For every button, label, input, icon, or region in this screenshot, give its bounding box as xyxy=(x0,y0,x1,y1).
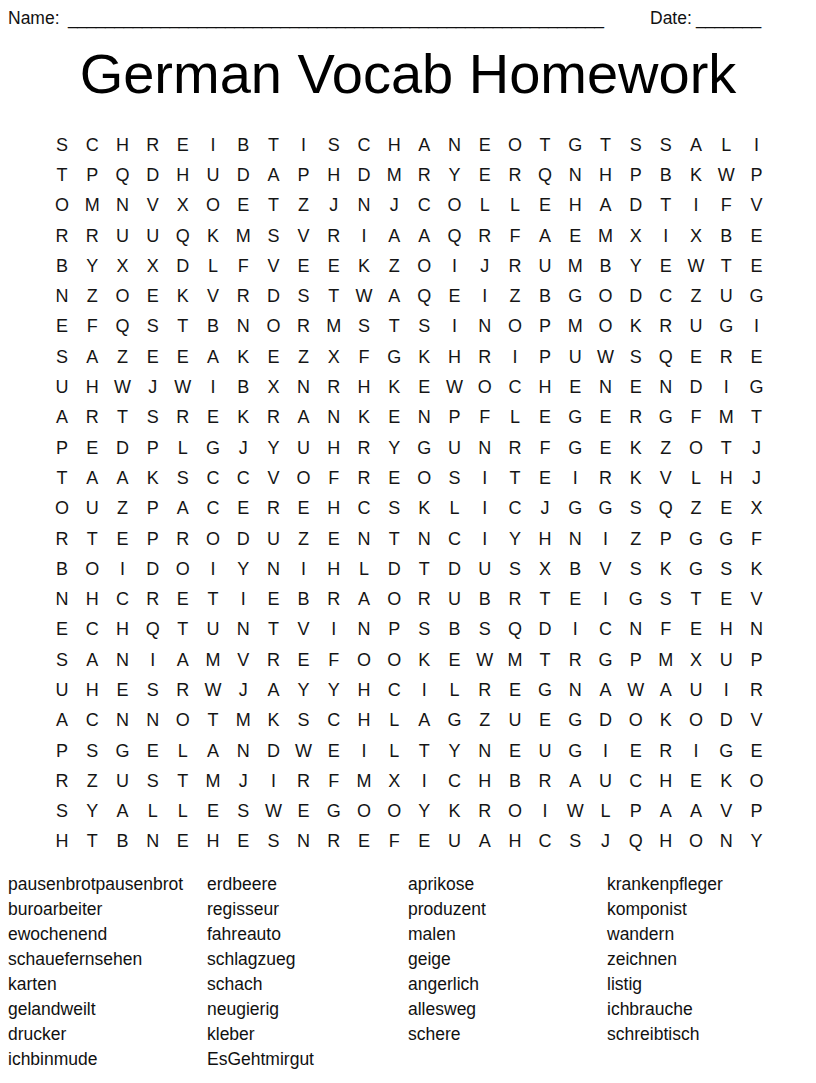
word-list-item: schlagzueg xyxy=(207,947,314,972)
grid-cell: C xyxy=(590,615,620,645)
grid-cell: S xyxy=(168,463,198,493)
grid-cell: F xyxy=(681,403,711,433)
word-list-item: schere xyxy=(408,1022,486,1047)
grid-cell: E xyxy=(107,675,137,705)
word-list-item: krankenpfleger xyxy=(607,872,723,897)
grid-cell: O xyxy=(379,645,409,675)
grid-cell: O xyxy=(681,433,711,463)
grid-cell: B xyxy=(47,251,77,281)
grid-cell: H xyxy=(319,554,349,584)
grid-cell: H xyxy=(651,766,681,796)
grid-cell: G xyxy=(560,494,590,524)
grid-cell: Y xyxy=(741,827,771,857)
grid-cell: U xyxy=(439,827,469,857)
grid-cell: T xyxy=(47,463,77,493)
grid-cell: E xyxy=(319,736,349,766)
grid-cell: O xyxy=(379,797,409,827)
grid-cell: Q xyxy=(107,312,137,342)
grid-cell: W xyxy=(198,675,228,705)
grid-cell: N xyxy=(621,615,651,645)
grid-cell: M xyxy=(560,312,590,342)
grid-cell: A xyxy=(107,797,137,827)
grid-cell: G xyxy=(741,281,771,311)
grid-cell: E xyxy=(560,584,590,614)
grid-cell: S xyxy=(470,615,500,645)
grid-cell: K xyxy=(138,463,168,493)
grid-cell: H xyxy=(319,160,349,190)
grid-cell: G xyxy=(560,736,590,766)
grid-cell: I xyxy=(560,463,590,493)
grid-cell: S xyxy=(258,221,288,251)
grid-cell: R xyxy=(258,494,288,524)
grid-cell: I xyxy=(590,736,620,766)
grid-cell: X xyxy=(741,494,771,524)
grid-cell: P xyxy=(621,797,651,827)
grid-cell: E xyxy=(138,736,168,766)
grid-cell: R xyxy=(651,312,681,342)
grid-cell: O xyxy=(470,372,500,402)
grid-cell: R xyxy=(651,736,681,766)
word-list-item: wandern xyxy=(607,922,723,947)
grid-cell: S xyxy=(47,342,77,372)
grid-cell: S xyxy=(621,554,651,584)
grid-cell: I xyxy=(198,372,228,402)
grid-cell: Q xyxy=(107,160,137,190)
grid-cell: L xyxy=(198,251,228,281)
grid-cell: S xyxy=(621,494,651,524)
grid-cell: M xyxy=(500,645,530,675)
grid-cell: H xyxy=(319,494,349,524)
grid-cell: E xyxy=(530,463,560,493)
grid-cell: U xyxy=(530,736,560,766)
grid-cell: S xyxy=(379,494,409,524)
grid-cell: K xyxy=(409,342,439,372)
grid-cell: C xyxy=(319,706,349,736)
grid-cell: E xyxy=(168,584,198,614)
grid-cell: M xyxy=(198,766,228,796)
grid-cell: E xyxy=(289,645,319,675)
grid-cell: W xyxy=(289,736,319,766)
grid-cell: O xyxy=(500,312,530,342)
grid-cell: M xyxy=(228,706,258,736)
grid-cell: E xyxy=(530,191,560,221)
grid-cell: Y xyxy=(77,797,107,827)
grid-cell: N xyxy=(409,403,439,433)
grid-cell: E xyxy=(530,403,560,433)
grid-cell: T xyxy=(651,191,681,221)
grid-cell: H xyxy=(530,372,560,402)
grid-cell: L xyxy=(379,736,409,766)
grid-cell: P xyxy=(530,342,560,372)
grid-cell: A xyxy=(409,706,439,736)
grid-cell: A xyxy=(258,675,288,705)
grid-cell: S xyxy=(47,645,77,675)
grid-cell: R xyxy=(470,797,500,827)
grid-cell: R xyxy=(409,160,439,190)
grid-cell: L xyxy=(500,191,530,221)
word-list-item: karten xyxy=(8,972,183,997)
grid-cell: C xyxy=(198,463,228,493)
grid-cell: M xyxy=(349,766,379,796)
date-label: Date: xyxy=(650,8,692,29)
grid-cell: T xyxy=(258,191,288,221)
grid-cell: A xyxy=(349,584,379,614)
grid-cell: H xyxy=(711,615,741,645)
grid-cell: W xyxy=(168,372,198,402)
grid-cell: E xyxy=(439,281,469,311)
grid-cell: O xyxy=(500,797,530,827)
grid-cell: V xyxy=(258,251,288,281)
grid-cell: J xyxy=(228,433,258,463)
grid-cell: Z xyxy=(289,191,319,221)
date-blank-line: _______ xyxy=(696,8,761,29)
grid-cell: E xyxy=(681,766,711,796)
grid-cell: R xyxy=(500,584,530,614)
grid-cell: S xyxy=(651,130,681,160)
grid-cell: V xyxy=(138,191,168,221)
grid-cell: D xyxy=(258,281,288,311)
grid-cell: E xyxy=(409,372,439,402)
grid-cell: G xyxy=(560,433,590,463)
grid-cell: F xyxy=(711,191,741,221)
grid-cell: A xyxy=(107,463,137,493)
grid-cell: S xyxy=(319,130,349,160)
grid-cell: B xyxy=(590,251,620,281)
word-list-column: aprikoseproduzentmalengeigeangerlichalle… xyxy=(408,872,486,1047)
grid-cell: X xyxy=(258,372,288,402)
grid-cell: U xyxy=(439,584,469,614)
grid-cell: F xyxy=(530,433,560,463)
grid-cell: D xyxy=(349,160,379,190)
grid-cell: C xyxy=(379,675,409,705)
grid-cell: I xyxy=(741,312,771,342)
grid-cell: I xyxy=(439,251,469,281)
word-list-item: geige xyxy=(408,947,486,972)
grid-cell: C xyxy=(500,372,530,402)
grid-cell: V xyxy=(289,221,319,251)
grid-cell: X xyxy=(168,191,198,221)
grid-cell: U xyxy=(198,160,228,190)
grid-cell: G xyxy=(379,342,409,372)
grid-cell: U xyxy=(138,221,168,251)
grid-cell: B xyxy=(198,312,228,342)
grid-cell: H xyxy=(711,463,741,493)
grid-cell: C xyxy=(77,706,107,736)
grid-cell: P xyxy=(530,312,560,342)
grid-cell: S xyxy=(77,736,107,766)
grid-cell: G xyxy=(560,281,590,311)
grid-cell: E xyxy=(439,645,469,675)
grid-cell: M xyxy=(560,251,590,281)
grid-cell: D xyxy=(439,554,469,584)
word-list-item: drucker xyxy=(8,1022,183,1047)
grid-cell: U xyxy=(711,281,741,311)
grid-cell: G xyxy=(681,524,711,554)
grid-cell: A xyxy=(47,706,77,736)
grid-cell: S xyxy=(621,130,651,160)
grid-cell: F xyxy=(319,463,349,493)
grid-cell: U xyxy=(107,766,137,796)
grid-cell: T xyxy=(409,736,439,766)
grid-cell: K xyxy=(168,281,198,311)
grid-cell: G xyxy=(590,645,620,675)
grid-cell: H xyxy=(530,524,560,554)
grid-cell: N xyxy=(107,706,137,736)
grid-cell: E xyxy=(590,403,620,433)
grid-cell: W xyxy=(621,675,651,705)
grid-cell: Y xyxy=(258,433,288,463)
grid-cell: P xyxy=(138,433,168,463)
grid-cell: L xyxy=(168,797,198,827)
grid-cell: N xyxy=(47,281,77,311)
grid-cell: K xyxy=(741,554,771,584)
grid-cell: E xyxy=(168,827,198,857)
grid-cell: E xyxy=(500,675,530,705)
grid-cell: R xyxy=(258,645,288,675)
grid-cell: U xyxy=(47,372,77,402)
grid-cell: A xyxy=(651,797,681,827)
grid-cell: A xyxy=(590,191,620,221)
grid-cell: G xyxy=(560,706,590,736)
word-list-item: erdbeere xyxy=(207,872,314,897)
grid-cell: I xyxy=(590,524,620,554)
grid-cell: E xyxy=(741,342,771,372)
grid-cell: O xyxy=(198,191,228,221)
grid-cell: C xyxy=(439,524,469,554)
grid-cell: G xyxy=(621,584,651,614)
grid-cell: W xyxy=(258,797,288,827)
grid-cell: I xyxy=(530,797,560,827)
grid-cell: G xyxy=(560,130,590,160)
grid-cell: K xyxy=(439,797,469,827)
grid-cell: T xyxy=(379,524,409,554)
grid-cell: R xyxy=(409,584,439,614)
word-list-item: schach xyxy=(207,972,314,997)
word-list-item: malen xyxy=(408,922,486,947)
grid-cell: E xyxy=(470,130,500,160)
grid-cell: V xyxy=(711,797,741,827)
grid-cell: X xyxy=(107,251,137,281)
grid-cell: R xyxy=(168,403,198,433)
grid-cell: N xyxy=(651,372,681,402)
grid-cell: E xyxy=(560,372,590,402)
grid-cell: K xyxy=(379,372,409,402)
grid-cell: I xyxy=(439,312,469,342)
grid-cell: A xyxy=(651,675,681,705)
grid-cell: S xyxy=(138,403,168,433)
grid-cell: U xyxy=(439,433,469,463)
grid-cell: G xyxy=(651,403,681,433)
grid-cell: O xyxy=(439,191,469,221)
grid-cell: E xyxy=(349,827,379,857)
word-list-item: listig xyxy=(607,972,723,997)
worksheet-page: Name: __________________________________… xyxy=(0,0,816,1083)
grid-cell: N xyxy=(470,312,500,342)
grid-cell: T xyxy=(711,433,741,463)
grid-cell: T xyxy=(530,584,560,614)
grid-cell: E xyxy=(228,827,258,857)
grid-cell: J xyxy=(741,463,771,493)
grid-cell: N xyxy=(470,736,500,766)
grid-cell: O xyxy=(47,191,77,221)
grid-cell: Z xyxy=(470,706,500,736)
grid-cell: B xyxy=(47,554,77,584)
grid-cell: C xyxy=(77,615,107,645)
grid-cell: B xyxy=(228,130,258,160)
name-label: Name: xyxy=(8,8,60,29)
grid-cell: R xyxy=(168,524,198,554)
grid-cell: E xyxy=(711,584,741,614)
grid-cell: E xyxy=(681,342,711,372)
grid-cell: K xyxy=(409,494,439,524)
word-list-column: pausenbrotpausenbrotburoarbeiterewochene… xyxy=(8,872,183,1072)
grid-cell: F xyxy=(651,615,681,645)
grid-cell: Z xyxy=(107,494,137,524)
grid-cell: L xyxy=(470,191,500,221)
grid-cell: R xyxy=(470,221,500,251)
grid-cell: C xyxy=(621,766,651,796)
grid-cell: N xyxy=(349,191,379,221)
grid-cell: N xyxy=(349,524,379,554)
word-list-item: pausenbrotpausenbrot xyxy=(8,872,183,897)
grid-cell: Q xyxy=(530,160,560,190)
word-list-item: gelandweilt xyxy=(8,997,183,1022)
grid-cell: R xyxy=(138,584,168,614)
grid-cell: L xyxy=(711,130,741,160)
grid-cell: X xyxy=(681,221,711,251)
grid-cell: M xyxy=(651,645,681,675)
grid-cell: I xyxy=(228,584,258,614)
grid-cell: H xyxy=(379,130,409,160)
word-list-item: ewochenend xyxy=(8,922,183,947)
grid-cell: Q xyxy=(439,221,469,251)
grid-cell: A xyxy=(379,281,409,311)
grid-cell: R xyxy=(470,675,500,705)
grid-cell: I xyxy=(741,130,771,160)
grid-cell: G xyxy=(560,403,590,433)
grid-cell: E xyxy=(168,130,198,160)
grid-cell: A xyxy=(47,403,77,433)
grid-cell: R xyxy=(500,433,530,463)
grid-cell: E xyxy=(289,251,319,281)
grid-cell: H xyxy=(77,584,107,614)
grid-cell: K xyxy=(228,403,258,433)
grid-cell: N xyxy=(590,372,620,402)
grid-cell: O xyxy=(741,766,771,796)
word-list-item: komponist xyxy=(607,897,723,922)
grid-cell: B xyxy=(107,827,137,857)
grid-cell: Z xyxy=(107,342,137,372)
word-list-column: erdbeereregisseurfahreautoschlagzuegscha… xyxy=(207,872,314,1072)
grid-cell: W xyxy=(560,797,590,827)
grid-cell: Q xyxy=(651,342,681,372)
grid-cell: I xyxy=(590,584,620,614)
grid-cell: P xyxy=(289,160,319,190)
grid-cell: E xyxy=(47,615,77,645)
grid-cell: S xyxy=(651,584,681,614)
grid-cell: B xyxy=(530,281,560,311)
grid-cell: Y xyxy=(439,736,469,766)
grid-cell: U xyxy=(681,675,711,705)
grid-cell: R xyxy=(500,251,530,281)
grid-cell: N xyxy=(560,675,590,705)
grid-cell: V xyxy=(741,584,771,614)
grid-cell: E xyxy=(319,251,349,281)
word-list-item: zeichnen xyxy=(607,947,723,972)
name-blank-line: ________________________________________… xyxy=(68,8,604,29)
grid-cell: S xyxy=(47,130,77,160)
grid-cell: E xyxy=(47,312,77,342)
grid-cell: I xyxy=(258,766,288,796)
grid-cell: A xyxy=(560,766,590,796)
grid-cell: G xyxy=(590,494,620,524)
grid-cell: I xyxy=(349,736,379,766)
grid-cell: D xyxy=(621,281,651,311)
grid-cell: W xyxy=(590,342,620,372)
grid-cell: U xyxy=(560,342,590,372)
grid-cell: E xyxy=(560,221,590,251)
grid-cell: K xyxy=(228,342,258,372)
grid-cell: N xyxy=(107,645,137,675)
grid-cell: E xyxy=(289,797,319,827)
grid-cell: S xyxy=(138,766,168,796)
grid-cell: Z xyxy=(77,281,107,311)
grid-cell: F xyxy=(228,251,258,281)
grid-cell: T xyxy=(319,281,349,311)
grid-cell: O xyxy=(379,584,409,614)
grid-cell: E xyxy=(379,403,409,433)
grid-cell: F xyxy=(319,645,349,675)
grid-cell: Z xyxy=(77,766,107,796)
grid-cell: R xyxy=(470,342,500,372)
grid-cell: I xyxy=(138,645,168,675)
grid-cell: U xyxy=(470,554,500,584)
grid-cell: E xyxy=(198,403,228,433)
grid-cell: E xyxy=(409,827,439,857)
grid-cell: O xyxy=(681,706,711,736)
grid-cell: I xyxy=(349,221,379,251)
grid-cell: T xyxy=(258,615,288,645)
grid-cell: R xyxy=(349,463,379,493)
grid-cell: U xyxy=(77,494,107,524)
grid-cell: H xyxy=(319,433,349,463)
grid-cell: M xyxy=(319,312,349,342)
grid-cell: I xyxy=(681,736,711,766)
grid-cell: I xyxy=(289,130,319,160)
grid-cell: P xyxy=(621,645,651,675)
grid-cell: N xyxy=(258,554,288,584)
grid-cell: D xyxy=(379,554,409,584)
grid-cell: D xyxy=(258,736,288,766)
grid-cell: K xyxy=(651,554,681,584)
grid-cell: R xyxy=(711,342,741,372)
grid-cell: R xyxy=(560,645,590,675)
grid-cell: U xyxy=(47,675,77,705)
grid-cell: T xyxy=(107,403,137,433)
grid-cell: H xyxy=(651,827,681,857)
grid-cell: A xyxy=(470,827,500,857)
grid-cell: J xyxy=(138,372,168,402)
grid-cell: E xyxy=(168,342,198,372)
grid-cell: Z xyxy=(289,524,319,554)
grid-cell: D xyxy=(107,433,137,463)
grid-cell: P xyxy=(621,160,651,190)
word-list-item: schreibtisch xyxy=(607,1022,723,1047)
grid-cell: T xyxy=(168,766,198,796)
grid-cell: N xyxy=(107,191,137,221)
grid-cell: H xyxy=(47,827,77,857)
grid-cell: H xyxy=(198,827,228,857)
